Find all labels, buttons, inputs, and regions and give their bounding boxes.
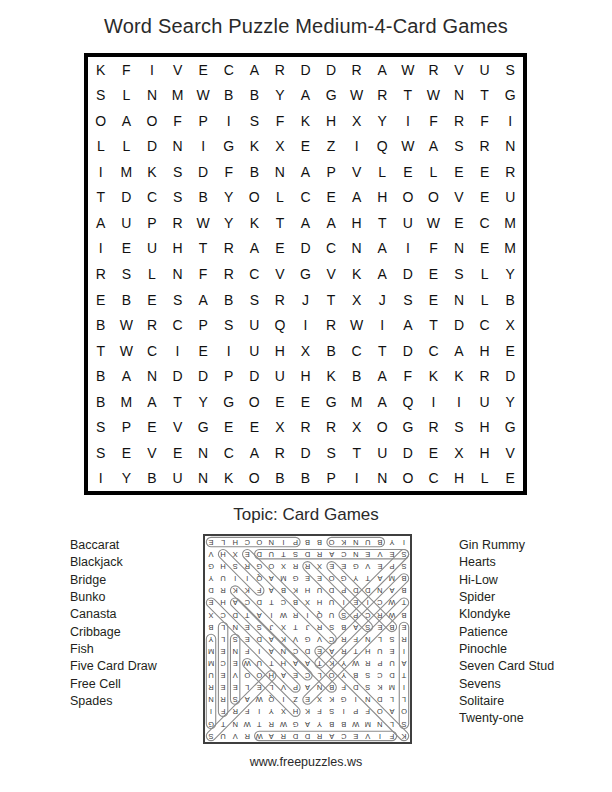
grid-cell-r14c9: E [293, 389, 319, 415]
solution-oval-klondyke [313, 644, 410, 742]
grid-cell-r3c16: F [472, 108, 498, 134]
grid-cell-r17c12: N [369, 465, 395, 491]
grid-cell-r12c9: X [293, 338, 319, 364]
grid-cell-r17c15: H [446, 465, 472, 491]
grid-cell-r8c7: A [242, 236, 268, 262]
grid-cell-r4c4: N [165, 134, 191, 160]
grid-cell-r10c3: E [139, 287, 165, 313]
grid-cell-r13c11: B [344, 363, 370, 389]
grid-cell-r5c6: F [216, 159, 242, 185]
grid-cell-r3c1: O [88, 108, 114, 134]
grid-cell-r5c8: N [267, 159, 293, 185]
grid-cell-r10c17: B [497, 287, 523, 313]
grid-cell-r9c15: S [446, 261, 472, 287]
grid-cell-r15c11: X [344, 414, 370, 440]
grid-cell-r8c4: H [165, 236, 191, 262]
grid-cell-r6c12: H [369, 185, 395, 211]
solution-oval-spider [301, 560, 375, 634]
grid-cell-r13c6: P [216, 363, 242, 389]
solution-oval-solitaire [399, 622, 408, 728]
grid-cell-r9c16: L [472, 261, 498, 287]
grid-cell-r13c1: B [88, 363, 114, 389]
grid-cell-r2c2: L [114, 83, 140, 109]
grid-cell-r16c14: E [421, 440, 447, 466]
grid-cell-r13c16: R [472, 363, 498, 389]
grid-cell-r7c2: U [114, 210, 140, 236]
footer-url: www.freepuzzles.ws [0, 755, 612, 769]
grid-cell-r13c2: A [114, 363, 140, 389]
grid-cell-r17c13: O [395, 465, 421, 491]
grid-cell-r7c4: R [165, 210, 191, 236]
grid-cell-r7c6: Y [216, 210, 242, 236]
grid-cell-r8c5: T [190, 236, 216, 262]
solution-oval-pinochle [206, 537, 300, 546]
grid-cell-r6c2: D [114, 185, 140, 211]
grid-cell-r15c6: E [216, 414, 242, 440]
grid-cell-r13c8: U [267, 363, 293, 389]
grid-cell-r9c5: F [190, 261, 216, 287]
grid-cell-r6c15: V [446, 185, 472, 211]
grid-cell-r5c13: E [395, 159, 421, 185]
grid-cell-r14c12: A [369, 389, 395, 415]
word-list-item: Bridge [70, 572, 157, 589]
grid-cell-r17c6: K [216, 465, 242, 491]
grid-cell-r7c17: M [497, 210, 523, 236]
grid-cell-r9c11: K [344, 261, 370, 287]
grid-cell-r6c5: B [190, 185, 216, 211]
grid-cell-r11c2: W [114, 312, 140, 338]
grid-cell-r5c7: B [242, 159, 268, 185]
grid-cell-r5c1: I [88, 159, 114, 185]
grid-cell-r8c15: N [446, 236, 472, 262]
grid-cell-r15c1: S [88, 414, 114, 440]
word-search-grid: KFIVECARDDRAWRVUSSLNMWBBYAGWRTWNTGOAOFPI… [84, 53, 527, 495]
grid-cell-r8c9: D [293, 236, 319, 262]
word-list-item: Solitaire [459, 693, 554, 710]
grid-cell-r9c10: V [318, 261, 344, 287]
grid-cell-r15c7: E [242, 414, 268, 440]
grid-cell-r14c15: I [446, 389, 472, 415]
grid-cell-r13c14: K [421, 363, 447, 389]
grid-cell-r16c15: X [446, 440, 472, 466]
grid-cell-r2c6: B [216, 83, 242, 109]
grid-cell-r14c2: M [114, 389, 140, 415]
grid-cell-r2c9: A [293, 83, 319, 109]
grid-cell-r1c16: U [472, 57, 498, 83]
grid-cell-r9c6: R [216, 261, 242, 287]
grid-cell-r5c17: R [497, 159, 523, 185]
grid-cell-r17c10: P [318, 465, 344, 491]
word-list-item: Canasta [70, 606, 157, 623]
grid-cell-r6c8: L [267, 185, 293, 211]
grid-cell-r1c6: C [216, 57, 242, 83]
grid-cell-r17c9: B [293, 465, 319, 491]
grid-cell-r14c8: E [267, 389, 293, 415]
grid-cell-r12c5: E [190, 338, 216, 364]
grid-cell-r12c4: I [165, 338, 191, 364]
grid-cell-r11c5: P [190, 312, 216, 338]
grid-cell-r12c11: C [344, 338, 370, 364]
grid-cell-r11c11: W [344, 312, 370, 338]
grid-cell-r13c5: D [190, 363, 216, 389]
grid-cell-r9c3: L [139, 261, 165, 287]
grid-cell-r13c4: D [165, 363, 191, 389]
grid-cell-r2c1: S [88, 83, 114, 109]
grid-cell-r15c8: X [267, 414, 293, 440]
grid-cell-r16c12: U [369, 440, 395, 466]
grid-cell-r14c6: G [216, 389, 242, 415]
grid-cell-r16c8: R [267, 440, 293, 466]
solution-oval-blackjack [228, 584, 338, 694]
word-list-item: Cribbage [70, 624, 157, 641]
grid-cell-r14c13: Q [395, 389, 421, 415]
grid-cell-r5c14: L [421, 159, 447, 185]
word-list-item: Klondyke [459, 606, 554, 623]
grid-cell-r14c16: U [472, 389, 498, 415]
grid-cell-r16c13: D [395, 440, 421, 466]
grid-cell-r11c9: I [293, 312, 319, 338]
grid-cell-r17c8: B [267, 465, 293, 491]
word-list-right: Gin RummyHeartsHi-LowSpiderKlondykePatie… [459, 537, 554, 728]
solution-oval-baccarat [313, 572, 410, 670]
grid-cell-r10c9: J [293, 287, 319, 313]
grid-cell-r4c9: E [293, 134, 319, 160]
grid-cell-r4c3: D [139, 134, 165, 160]
grid-cell-r8c6: R [216, 236, 242, 262]
grid-cell-r3c5: P [190, 108, 216, 134]
grid-cell-r4c12: Q [369, 134, 395, 160]
grid-cell-r9c17: Y [497, 261, 523, 287]
grid-cell-r16c2: E [114, 440, 140, 466]
grid-cell-r1c1: K [88, 57, 114, 83]
grid-cell-r2c8: Y [267, 83, 293, 109]
grid-cell-r1c11: R [344, 57, 370, 83]
grid-cell-r8c14: F [421, 236, 447, 262]
grid-cell-r17c14: C [421, 465, 447, 491]
grid-cell-r15c13: G [395, 414, 421, 440]
grid-cell-r2c16: T [472, 83, 498, 109]
grid-cell-r10c11: X [344, 287, 370, 313]
grid-cell-r3c13: I [395, 108, 421, 134]
grid-cell-r10c6: B [216, 287, 242, 313]
grid-cell-r13c3: N [139, 363, 165, 389]
grid-cell-r4c13: W [395, 134, 421, 160]
grid-cell-r1c10: D [318, 57, 344, 83]
word-list-item: Hi-Low [459, 572, 554, 589]
grid-cell-r12c13: D [395, 338, 421, 364]
grid-cell-r4c14: A [421, 134, 447, 160]
grid-cell-r4c5: I [190, 134, 216, 160]
grid-cell-r17c2: Y [114, 465, 140, 491]
grid-cell-r4c8: X [267, 134, 293, 160]
grid-cell-r8c10: C [318, 236, 344, 262]
grid-cell-r3c2: A [114, 108, 140, 134]
solution-grid-rotated: KFIVECARDDRAWRVUSSLNMWBBYAGWRTWNTGOAOFPI… [205, 536, 410, 742]
grid-cell-r16c7: A [242, 440, 268, 466]
grid-cell-r17c11: I [344, 465, 370, 491]
grid-cell-r1c3: I [139, 57, 165, 83]
grid-cell-r11c13: A [395, 312, 421, 338]
grid-cell-r11c16: C [472, 312, 498, 338]
solution-oval-bunko [327, 537, 385, 546]
word-list-item: Spades [70, 693, 157, 710]
word-list-item: Fish [70, 641, 157, 658]
grid-cell-r17c5: N [190, 465, 216, 491]
grid-cell-r11c12: I [369, 312, 395, 338]
word-list-item: Spider [459, 589, 554, 606]
grid-cell-r5c15: E [446, 159, 472, 185]
grid-cell-r8c8: E [267, 236, 293, 262]
grid-cell-r6c1: T [88, 185, 114, 211]
page-title: Word Search Puzzle Medium-4-Card Games [0, 15, 612, 38]
grid-cell-r10c12: J [369, 287, 395, 313]
grid-cell-r17c4: U [165, 465, 191, 491]
grid-cell-r14c3: A [139, 389, 165, 415]
solution-grid-container: KFIVECARDDRAWRVUSSLNMWBBYAGWRTWNTGOAOFPI… [203, 534, 412, 744]
grid-cell-r7c11: H [344, 210, 370, 236]
grid-cell-r12c12: T [369, 338, 395, 364]
solution-oval-cribbage [241, 548, 339, 646]
grid-cell-r9c4: N [165, 261, 191, 287]
grid-cell-r4c1: L [88, 134, 114, 160]
grid-cell-r16c1: S [88, 440, 114, 466]
grid-cell-r14c17: Y [497, 389, 523, 415]
grid-cell-r5c2: M [114, 159, 140, 185]
grid-cell-r4c2: L [114, 134, 140, 160]
grid-cell-r15c17: G [497, 414, 523, 440]
grid-cell-r10c13: S [395, 287, 421, 313]
grid-cell-r2c7: B [242, 83, 268, 109]
grid-cell-r16c9: D [293, 440, 319, 466]
grid-cell-r15c9: R [293, 414, 319, 440]
grid-cell-r10c5: A [190, 287, 216, 313]
grid-cell-r7c1: A [88, 210, 114, 236]
grid-cell-r6c13: O [395, 185, 421, 211]
grid-cell-r4c15: S [446, 134, 472, 160]
word-list-item: Twenty-one [459, 710, 554, 727]
grid-cell-r5c11: V [344, 159, 370, 185]
grid-cell-r7c14: W [421, 210, 447, 236]
solution-oval-fivecarddraw [255, 731, 397, 740]
grid-cell-r11c6: S [216, 312, 242, 338]
grid-cell-r16c16: H [472, 440, 498, 466]
grid-cell-r16c3: V [139, 440, 165, 466]
grid-cell-r12c2: W [114, 338, 140, 364]
solution-ovals-overlay [205, 536, 410, 742]
grid-cell-r2c11: W [344, 83, 370, 109]
grid-cell-r6c9: C [293, 185, 319, 211]
grid-cell-r12c3: C [139, 338, 165, 364]
grid-cell-r16c17: V [497, 440, 523, 466]
grid-cell-r10c7: S [242, 287, 268, 313]
word-list-item: Sevens [459, 676, 554, 693]
word-list-left: BaccaratBlackjackBridgeBunkoCanastaCribb… [70, 537, 157, 710]
word-list-item: Five Card Draw [70, 658, 157, 675]
grid-cell-r7c10: A [318, 210, 344, 236]
grid-cell-r2c14: W [421, 83, 447, 109]
grid-cell-r17c7: O [242, 465, 268, 491]
word-list-item: Baccarat [70, 537, 157, 554]
grid-cell-r12c17: E [497, 338, 523, 364]
grid-cell-r15c4: V [165, 414, 191, 440]
grid-cell-r2c13: T [395, 83, 421, 109]
grid-cell-r11c3: R [139, 312, 165, 338]
grid-cell-r14c11: M [344, 389, 370, 415]
grid-cell-r1c9: D [293, 57, 319, 83]
grid-cell-r7c13: U [395, 210, 421, 236]
grid-cell-r1c15: V [446, 57, 472, 83]
solution-oval-hilow [241, 657, 303, 719]
grid-cell-r12c6: I [216, 338, 242, 364]
grid-cell-r4c16: R [472, 134, 498, 160]
grid-cell-r8c16: E [472, 236, 498, 262]
grid-cell-r15c16: H [472, 414, 498, 440]
grid-cell-r2c4: M [165, 83, 191, 109]
grid-cell-r1c13: W [395, 57, 421, 83]
grid-cell-r6c7: O [242, 185, 268, 211]
grid-cell-r1c12: A [369, 57, 395, 83]
grid-cell-r10c15: N [446, 287, 472, 313]
grid-cell-r2c10: G [318, 83, 344, 109]
grid-cell-r4c17: N [497, 134, 523, 160]
grid-cell-r14c1: B [88, 389, 114, 415]
grid-cell-r12c15: A [446, 338, 472, 364]
grid-cell-r17c3: B [139, 465, 165, 491]
puzzle-page: Word Search Puzzle Medium-4-Card Games K… [0, 0, 612, 792]
grid-cell-r17c17: E [497, 465, 523, 491]
grid-cell-r3c12: Y [369, 108, 395, 134]
grid-cell-r10c10: T [318, 287, 344, 313]
grid-cell-r16c5: N [190, 440, 216, 466]
grid-cell-r2c3: N [139, 83, 165, 109]
grid-cell-r3c8: F [267, 108, 293, 134]
grid-cell-r6c11: A [344, 185, 370, 211]
grid-cell-r13c17: D [497, 363, 523, 389]
grid-cell-r17c16: L [472, 465, 498, 491]
grid-cell-r7c12: T [369, 210, 395, 236]
grid-cell-r6c14: O [421, 185, 447, 211]
grid-cell-r1c17: S [497, 57, 523, 83]
word-list-item: Bunko [70, 589, 157, 606]
grid-cell-r11c1: B [88, 312, 114, 338]
grid-cell-r11c15: D [446, 312, 472, 338]
grid-cell-r7c3: P [139, 210, 165, 236]
grid-cell-r13c10: K [318, 363, 344, 389]
grid-cell-r7c15: E [446, 210, 472, 236]
grid-cell-r4c7: K [242, 134, 268, 160]
grid-cell-r15c12: O [369, 414, 395, 440]
grid-cell-r11c4: C [165, 312, 191, 338]
grid-cell-r6c10: E [318, 185, 344, 211]
grid-cell-r14c7: O [242, 389, 268, 415]
grid-cell-r5c10: P [318, 159, 344, 185]
grid-cell-r15c14: R [421, 414, 447, 440]
grid-cell-r9c9: G [293, 261, 319, 287]
grid-cell-r4c10: Z [318, 134, 344, 160]
grid-cell-r12c7: U [242, 338, 268, 364]
grid-cell-r6c16: E [472, 185, 498, 211]
word-list-item: Pinochle [459, 641, 554, 658]
grid-cell-r4c6: G [216, 134, 242, 160]
grid-cell-r11c10: R [318, 312, 344, 338]
grid-cell-r12c8: H [267, 338, 293, 364]
solution-oval-sevencardstud [255, 549, 409, 558]
grid-cell-r14c10: G [318, 389, 344, 415]
grid-cell-r13c13: F [395, 363, 421, 389]
grid-cell-r14c14: I [421, 389, 447, 415]
grid-cell-r6c3: C [139, 185, 165, 211]
grid-cell-r6c4: S [165, 185, 191, 211]
word-list-item: Blackjack [70, 554, 157, 571]
grid-cell-r8c13: I [395, 236, 421, 262]
grid-cell-r9c12: A [369, 261, 395, 287]
grid-cell-r16c4: E [165, 440, 191, 466]
grid-cell-r13c12: A [369, 363, 395, 389]
grid-cell-r9c1: R [88, 261, 114, 287]
solution-oval-freecell [218, 622, 227, 716]
solution-oval-twentyone [301, 596, 410, 706]
grid-cell-r8c3: U [139, 236, 165, 262]
grid-cell-r11c7: U [242, 312, 268, 338]
grid-cell-r3c10: H [318, 108, 344, 134]
grid-cell-r5c9: A [293, 159, 319, 185]
grid-cell-r3c6: I [216, 108, 242, 134]
grid-cell-r10c14: E [421, 287, 447, 313]
grid-cell-r3c17: I [497, 108, 523, 134]
solution-oval-bridge [325, 560, 399, 634]
grid-cell-r3c14: F [421, 108, 447, 134]
word-list-item: Free Cell [70, 676, 157, 693]
grid-cell-r5c16: E [472, 159, 498, 185]
solution-oval-patience [205, 596, 302, 694]
grid-cell-r12c10: B [318, 338, 344, 364]
grid-cell-r3c7: S [242, 108, 268, 134]
grid-cell-r1c5: E [190, 57, 216, 83]
solution-oval-ginrummy [206, 634, 215, 728]
grid-cell-r11c8: Q [267, 312, 293, 338]
grid-cell-r11c14: T [421, 312, 447, 338]
grid-cell-r6c17: U [497, 185, 523, 211]
grid-cell-r7c9: A [293, 210, 319, 236]
grid-cell-r1c2: F [114, 57, 140, 83]
grid-cell-r14c4: T [165, 389, 191, 415]
grid-cell-r1c4: V [165, 57, 191, 83]
grid-cell-r15c3: E [139, 414, 165, 440]
grid-cell-r2c17: G [497, 83, 523, 109]
grid-cell-r8c17: M [497, 236, 523, 262]
grid-cell-r15c5: G [190, 414, 216, 440]
grid-cell-r17c1: I [88, 465, 114, 491]
grid-cell-r11c17: X [497, 312, 523, 338]
grid-cell-r9c14: E [421, 261, 447, 287]
grid-cell-r7c16: C [472, 210, 498, 236]
grid-cell-r3c3: O [139, 108, 165, 134]
grid-cell-r5c4: S [165, 159, 191, 185]
word-list-item: Patience [459, 624, 554, 641]
grid-cell-r9c7: C [242, 261, 268, 287]
grid-cell-r2c12: R [369, 83, 395, 109]
grid-cell-r9c8: V [267, 261, 293, 287]
grid-cell-r8c2: E [114, 236, 140, 262]
grid-cell-r10c2: B [114, 287, 140, 313]
grid-cell-r5c3: K [139, 159, 165, 185]
grid-cell-r10c16: L [472, 287, 498, 313]
grid-cell-r13c7: D [242, 363, 268, 389]
grid-cell-r15c15: S [446, 414, 472, 440]
grid-cell-r2c5: W [190, 83, 216, 109]
grid-cell-r3c15: R [446, 108, 472, 134]
grid-cell-r16c11: T [344, 440, 370, 466]
